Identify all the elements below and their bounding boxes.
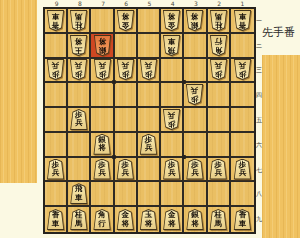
piece-kanji: 将 — [122, 220, 130, 229]
square-77[interactable]: 歩兵 — [91, 158, 114, 183]
piece-body: 歩兵 — [46, 159, 65, 180]
square-27[interactable]: 歩兵 — [208, 158, 231, 183]
rank-label-3: 三 — [255, 59, 263, 84]
square-65[interactable] — [115, 108, 138, 133]
square-25[interactable] — [208, 108, 231, 133]
square-62[interactable] — [115, 34, 138, 59]
piece-kanji: 王 — [75, 45, 83, 54]
square-86[interactable] — [68, 133, 91, 158]
gote-pawn-piece[interactable]: 歩兵 — [233, 59, 252, 80]
rank-label-4: 四 — [255, 83, 263, 108]
turn-indicator: 先手番 — [262, 27, 300, 39]
rank-label-8: 八 — [255, 182, 263, 207]
sente-piece-stand — [262, 55, 300, 238]
piece-body: 香車 — [46, 10, 65, 31]
square-58[interactable] — [138, 182, 161, 207]
gote-silver-piece[interactable]: 銀将 — [185, 10, 204, 31]
gote-gold-piece[interactable]: 金将 — [162, 10, 181, 31]
square-64[interactable] — [115, 83, 138, 108]
square-95[interactable] — [45, 108, 68, 133]
piece-kanji: 車 — [239, 12, 247, 21]
piece-kanji: 行 — [98, 220, 106, 229]
piece-body: 歩兵 — [209, 159, 228, 180]
piece-kanji: 兵 — [98, 169, 106, 178]
piece-kanji: 将 — [75, 37, 83, 46]
square-81[interactable]: 桂馬 — [68, 9, 91, 34]
piece-body: 歩兵 — [233, 59, 252, 80]
piece-kanji: 行 — [214, 37, 222, 46]
square-49[interactable]: 金将 — [161, 207, 184, 232]
piece-kanji: 兵 — [214, 169, 222, 178]
square-93[interactable]: 歩兵 — [45, 59, 68, 84]
piece-kanji: 歩 — [75, 70, 83, 79]
square-48[interactable] — [161, 182, 184, 207]
sente-pawn-piece[interactable]: 歩兵 — [139, 134, 158, 155]
square-82[interactable]: 王将 — [68, 34, 91, 59]
gote-pawn-piece[interactable]: 歩兵 — [46, 59, 65, 80]
piece-body: 銀将 — [93, 134, 112, 155]
piece-kanji: 兵 — [168, 111, 176, 120]
gote-knight-piece[interactable]: 桂馬 — [69, 10, 88, 31]
square-53[interactable]: 歩兵 — [138, 59, 161, 84]
square-19[interactable]: 香車 — [231, 207, 254, 232]
sente-pawn-piece[interactable]: 歩兵 — [46, 159, 65, 180]
square-12[interactable] — [231, 34, 254, 59]
square-99[interactable]: 香車 — [45, 207, 68, 232]
piece-body: 歩兵 — [93, 59, 112, 80]
piece-kanji: 香 — [52, 20, 60, 29]
square-89[interactable]: 桂馬 — [68, 207, 91, 232]
piece-kanji: 将 — [98, 37, 106, 46]
piece-kanji: 馬 — [75, 12, 83, 21]
square-11[interactable]: 香車 — [231, 9, 254, 34]
square-42[interactable]: 飛車 — [161, 34, 184, 59]
piece-body: 金将 — [162, 10, 181, 31]
square-21[interactable]: 桂馬 — [208, 9, 231, 34]
square-17[interactable]: 歩兵 — [231, 158, 254, 183]
square-61[interactable]: 金将 — [115, 9, 138, 34]
shogi-board: 香車桂馬金将金将銀将桂馬香車王将銀将飛車角行歩兵歩兵歩兵歩兵歩兵歩兵歩兵歩兵歩兵… — [43, 7, 256, 234]
square-67[interactable]: 歩兵 — [115, 158, 138, 183]
sente-pawn-piece[interactable]: 歩兵 — [162, 159, 181, 180]
square-23[interactable]: 歩兵 — [208, 59, 231, 84]
rank-label-1: 一 — [255, 9, 263, 34]
gote-gold-piece[interactable]: 金将 — [116, 10, 135, 31]
piece-body: 歩兵 — [162, 159, 181, 180]
piece-kanji: 将 — [122, 12, 130, 21]
gote-king-piece[interactable]: 王将 — [69, 35, 88, 56]
sente-king-piece[interactable]: 玉将 — [139, 209, 158, 230]
square-74[interactable] — [91, 83, 114, 108]
piece-kanji: 馬 — [75, 220, 83, 229]
sente-silver-piece[interactable]: 銀将 — [93, 134, 112, 155]
square-34[interactable]: 歩兵 — [184, 83, 207, 108]
square-32[interactable] — [184, 34, 207, 59]
piece-kanji: 兵 — [191, 86, 199, 95]
piece-kanji: 兵 — [52, 169, 60, 178]
square-39[interactable]: 銀将 — [184, 207, 207, 232]
sente-knight-piece[interactable]: 桂馬 — [69, 209, 88, 230]
piece-body: 歩兵 — [209, 59, 228, 80]
piece-body: 桂馬 — [209, 209, 228, 230]
square-35[interactable] — [184, 108, 207, 133]
square-24[interactable] — [208, 83, 231, 108]
piece-kanji: 桂 — [75, 20, 83, 29]
piece-kanji: 将 — [191, 220, 199, 229]
rank-label-9: 九 — [255, 207, 263, 232]
piece-kanji: 歩 — [145, 70, 153, 79]
square-97[interactable]: 歩兵 — [45, 158, 68, 183]
square-36[interactable] — [184, 133, 207, 158]
sente-pawn-piece[interactable]: 歩兵 — [185, 159, 204, 180]
piece-body: 桂馬 — [209, 10, 228, 31]
square-98[interactable] — [45, 182, 68, 207]
square-87[interactable] — [68, 158, 91, 183]
square-16[interactable] — [231, 133, 254, 158]
piece-kanji: 香 — [239, 20, 247, 29]
rank-label-7: 七 — [255, 158, 263, 183]
piece-body: 歩兵 — [139, 59, 158, 80]
square-78[interactable] — [91, 182, 114, 207]
square-33[interactable] — [184, 59, 207, 84]
file-coordinates: 987654321 — [45, 0, 254, 7]
piece-body: 歩兵 — [139, 134, 158, 155]
square-41[interactable]: 金将 — [161, 9, 184, 34]
square-96[interactable] — [45, 133, 68, 158]
piece-body: 歩兵 — [46, 59, 65, 80]
piece-kanji: 角 — [214, 45, 222, 54]
piece-kanji: 将 — [98, 144, 106, 153]
piece-kanji: 車 — [75, 194, 83, 203]
gote-knight-piece[interactable]: 桂馬 — [209, 10, 228, 31]
gote-pawn-piece[interactable]: 歩兵 — [185, 84, 204, 105]
piece-kanji: 兵 — [98, 61, 106, 70]
piece-body: 歩兵 — [69, 59, 88, 80]
rank-label-2: 二 — [255, 34, 263, 59]
file-label-9: 9 — [45, 0, 68, 7]
square-91[interactable]: 香車 — [45, 9, 68, 34]
square-72[interactable]: 銀将 — [91, 34, 114, 59]
piece-kanji: 歩 — [239, 70, 247, 79]
piece-kanji: 将 — [168, 220, 176, 229]
piece-body: 角行 — [93, 209, 112, 230]
square-68[interactable] — [115, 182, 138, 207]
piece-kanji: 歩 — [122, 70, 130, 79]
piece-body: 桂馬 — [69, 10, 88, 31]
square-83[interactable]: 歩兵 — [68, 59, 91, 84]
sente-bishop-piece[interactable]: 角行 — [93, 209, 112, 230]
piece-body: 歩兵 — [69, 109, 88, 130]
file-label-6: 6 — [115, 0, 138, 7]
sente-gold-piece[interactable]: 金将 — [116, 209, 135, 230]
piece-body: 銀将 — [93, 35, 112, 56]
shogi-app: 先手番 987654321 一二三四五六七八九 香車桂馬金将金将銀将桂馬香車王将… — [0, 0, 300, 238]
gote-lance-piece[interactable]: 香車 — [46, 10, 65, 31]
piece-kanji: 桂 — [214, 20, 222, 29]
square-75[interactable] — [91, 108, 114, 133]
square-43[interactable] — [161, 59, 184, 84]
piece-kanji: 歩 — [214, 70, 222, 79]
piece-kanji: 馬 — [214, 12, 222, 21]
piece-body: 銀将 — [185, 209, 204, 230]
sente-lance-piece[interactable]: 香車 — [46, 209, 65, 230]
square-85[interactable]: 歩兵 — [68, 108, 91, 133]
piece-body: 歩兵 — [116, 159, 135, 180]
gote-pawn-piece[interactable]: 歩兵 — [69, 59, 88, 80]
piece-body: 歩兵 — [116, 59, 135, 80]
piece-kanji: 歩 — [168, 119, 176, 128]
rank-coordinates: 一二三四五六七八九 — [255, 9, 263, 232]
piece-kanji: 将 — [145, 220, 153, 229]
square-54[interactable] — [138, 83, 161, 108]
piece-body: 歩兵 — [162, 109, 181, 130]
square-47[interactable]: 歩兵 — [161, 158, 184, 183]
piece-body: 角行 — [209, 35, 228, 56]
piece-kanji: 車 — [239, 220, 247, 229]
rank-label-5: 五 — [255, 108, 263, 133]
sente-gold-piece[interactable]: 金将 — [162, 209, 181, 230]
file-label-3: 3 — [184, 0, 207, 7]
square-79[interactable]: 角行 — [91, 207, 114, 232]
piece-kanji: 車 — [52, 220, 60, 229]
piece-body: 金将 — [162, 209, 181, 230]
square-76[interactable]: 銀将 — [91, 133, 114, 158]
square-26[interactable] — [208, 133, 231, 158]
file-label-4: 4 — [161, 0, 184, 7]
piece-kanji: 兵 — [75, 119, 83, 128]
piece-body: 香車 — [233, 209, 252, 230]
piece-kanji: 将 — [191, 12, 199, 21]
square-66[interactable] — [115, 133, 138, 158]
piece-kanji: 銀 — [98, 45, 106, 54]
gote-pawn-piece[interactable]: 歩兵 — [162, 109, 181, 130]
piece-kanji: 兵 — [52, 61, 60, 70]
square-38[interactable] — [184, 182, 207, 207]
rank-label-6: 六 — [255, 133, 263, 158]
piece-body: 飛車 — [162, 35, 181, 56]
gote-bishop-piece[interactable]: 角行 — [209, 35, 228, 56]
gote-piece-stand — [0, 0, 37, 183]
square-29[interactable]: 桂馬 — [208, 207, 231, 232]
file-label-5: 5 — [138, 0, 161, 7]
square-46[interactable] — [161, 133, 184, 158]
piece-kanji: 車 — [168, 37, 176, 46]
piece-body: 銀将 — [185, 10, 204, 31]
piece-kanji: 兵 — [145, 144, 153, 153]
square-55[interactable] — [138, 108, 161, 133]
gote-pawn-piece[interactable]: 歩兵 — [93, 59, 112, 80]
piece-kanji: 車 — [52, 12, 60, 21]
square-59[interactable]: 玉将 — [138, 207, 161, 232]
piece-kanji: 金 — [168, 20, 176, 29]
piece-kanji: 飛 — [168, 45, 176, 54]
piece-kanji: 歩 — [98, 70, 106, 79]
piece-kanji: 金 — [122, 20, 130, 29]
gote-lance-piece[interactable]: 香車 — [233, 10, 252, 31]
piece-kanji: 兵 — [168, 169, 176, 178]
square-28[interactable] — [208, 182, 231, 207]
gote-pawn-piece[interactable]: 歩兵 — [116, 59, 135, 80]
square-88[interactable]: 飛車 — [68, 182, 91, 207]
piece-kanji: 馬 — [214, 220, 222, 229]
sente-lance-piece[interactable]: 香車 — [233, 209, 252, 230]
sente-pawn-piece[interactable]: 歩兵 — [233, 159, 252, 180]
file-label-7: 7 — [91, 0, 114, 7]
sente-knight-piece[interactable]: 桂馬 — [209, 209, 228, 230]
piece-body: 歩兵 — [233, 159, 252, 180]
sente-pawn-piece[interactable]: 歩兵 — [209, 159, 228, 180]
piece-body: 金将 — [116, 209, 135, 230]
square-94[interactable] — [45, 83, 68, 108]
piece-kanji: 兵 — [239, 61, 247, 70]
sente-pawn-piece[interactable]: 歩兵 — [69, 109, 88, 130]
square-73[interactable]: 歩兵 — [91, 59, 114, 84]
square-63[interactable]: 歩兵 — [115, 59, 138, 84]
piece-body: 玉将 — [139, 209, 158, 230]
square-15[interactable] — [231, 108, 254, 133]
gote-pawn-piece[interactable]: 歩兵 — [209, 59, 228, 80]
square-71[interactable] — [91, 9, 114, 34]
piece-kanji: 将 — [168, 12, 176, 21]
piece-body: 香車 — [46, 209, 65, 230]
square-52[interactable] — [138, 34, 161, 59]
square-14[interactable] — [231, 83, 254, 108]
piece-kanji: 歩 — [191, 95, 199, 104]
square-92[interactable] — [45, 34, 68, 59]
piece-body: 歩兵 — [93, 159, 112, 180]
piece-kanji: 兵 — [239, 169, 247, 178]
file-label-1: 1 — [231, 0, 254, 7]
gote-silver-piece[interactable]: 銀将 — [93, 35, 112, 56]
file-label-8: 8 — [68, 0, 91, 7]
square-13[interactable]: 歩兵 — [231, 59, 254, 84]
gote-rook-piece[interactable]: 飛車 — [162, 35, 181, 56]
piece-body: 歩兵 — [185, 159, 204, 180]
sente-silver-piece[interactable]: 銀将 — [185, 209, 204, 230]
piece-kanji: 兵 — [75, 61, 83, 70]
square-84[interactable] — [68, 83, 91, 108]
square-45[interactable]: 歩兵 — [161, 108, 184, 133]
sente-pawn-piece[interactable]: 歩兵 — [116, 159, 135, 180]
piece-kanji: 兵 — [191, 169, 199, 178]
square-69[interactable]: 金将 — [115, 207, 138, 232]
square-37[interactable]: 歩兵 — [184, 158, 207, 183]
square-22[interactable]: 角行 — [208, 34, 231, 59]
sente-pawn-piece[interactable]: 歩兵 — [93, 159, 112, 180]
piece-body: 香車 — [233, 10, 252, 31]
piece-body: 王将 — [69, 35, 88, 56]
sente-rook-piece[interactable]: 飛車 — [69, 183, 88, 204]
gote-pawn-piece[interactable]: 歩兵 — [139, 59, 158, 80]
piece-kanji: 兵 — [214, 61, 222, 70]
piece-kanji: 銀 — [191, 20, 199, 29]
piece-body: 金将 — [116, 10, 135, 31]
piece-kanji: 歩 — [52, 70, 60, 79]
square-56[interactable]: 歩兵 — [138, 133, 161, 158]
piece-body: 歩兵 — [185, 84, 204, 105]
piece-kanji: 兵 — [122, 169, 130, 178]
square-18[interactable] — [231, 182, 254, 207]
piece-body: 桂馬 — [69, 209, 88, 230]
square-31[interactable]: 銀将 — [184, 9, 207, 34]
square-51[interactable] — [138, 9, 161, 34]
piece-kanji: 兵 — [145, 61, 153, 70]
piece-body: 飛車 — [69, 183, 88, 204]
square-44[interactable] — [161, 83, 184, 108]
piece-kanji: 兵 — [122, 61, 130, 70]
file-label-2: 2 — [208, 0, 231, 7]
square-57[interactable] — [138, 158, 161, 183]
